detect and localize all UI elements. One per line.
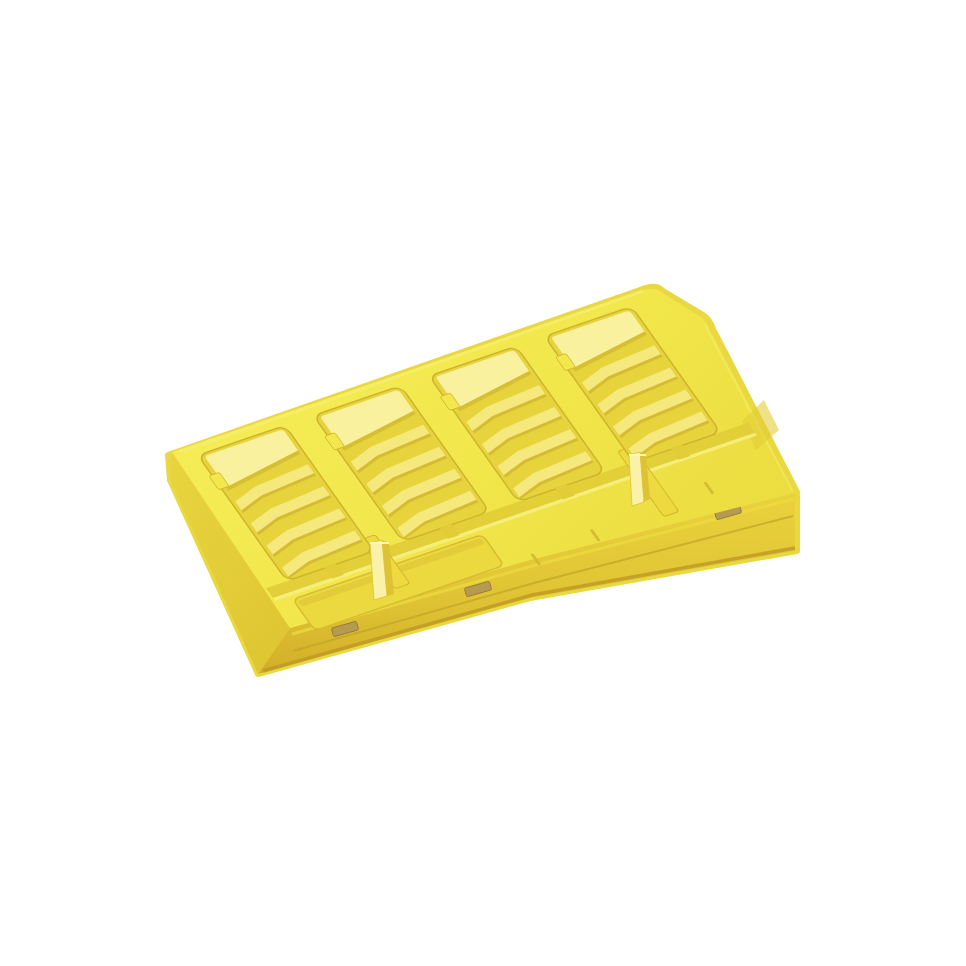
popsicle-mold-image: [0, 0, 966, 966]
popsicle-mold: [168, 287, 797, 674]
photo-canvas: [0, 0, 966, 966]
product-photo: [0, 0, 966, 966]
